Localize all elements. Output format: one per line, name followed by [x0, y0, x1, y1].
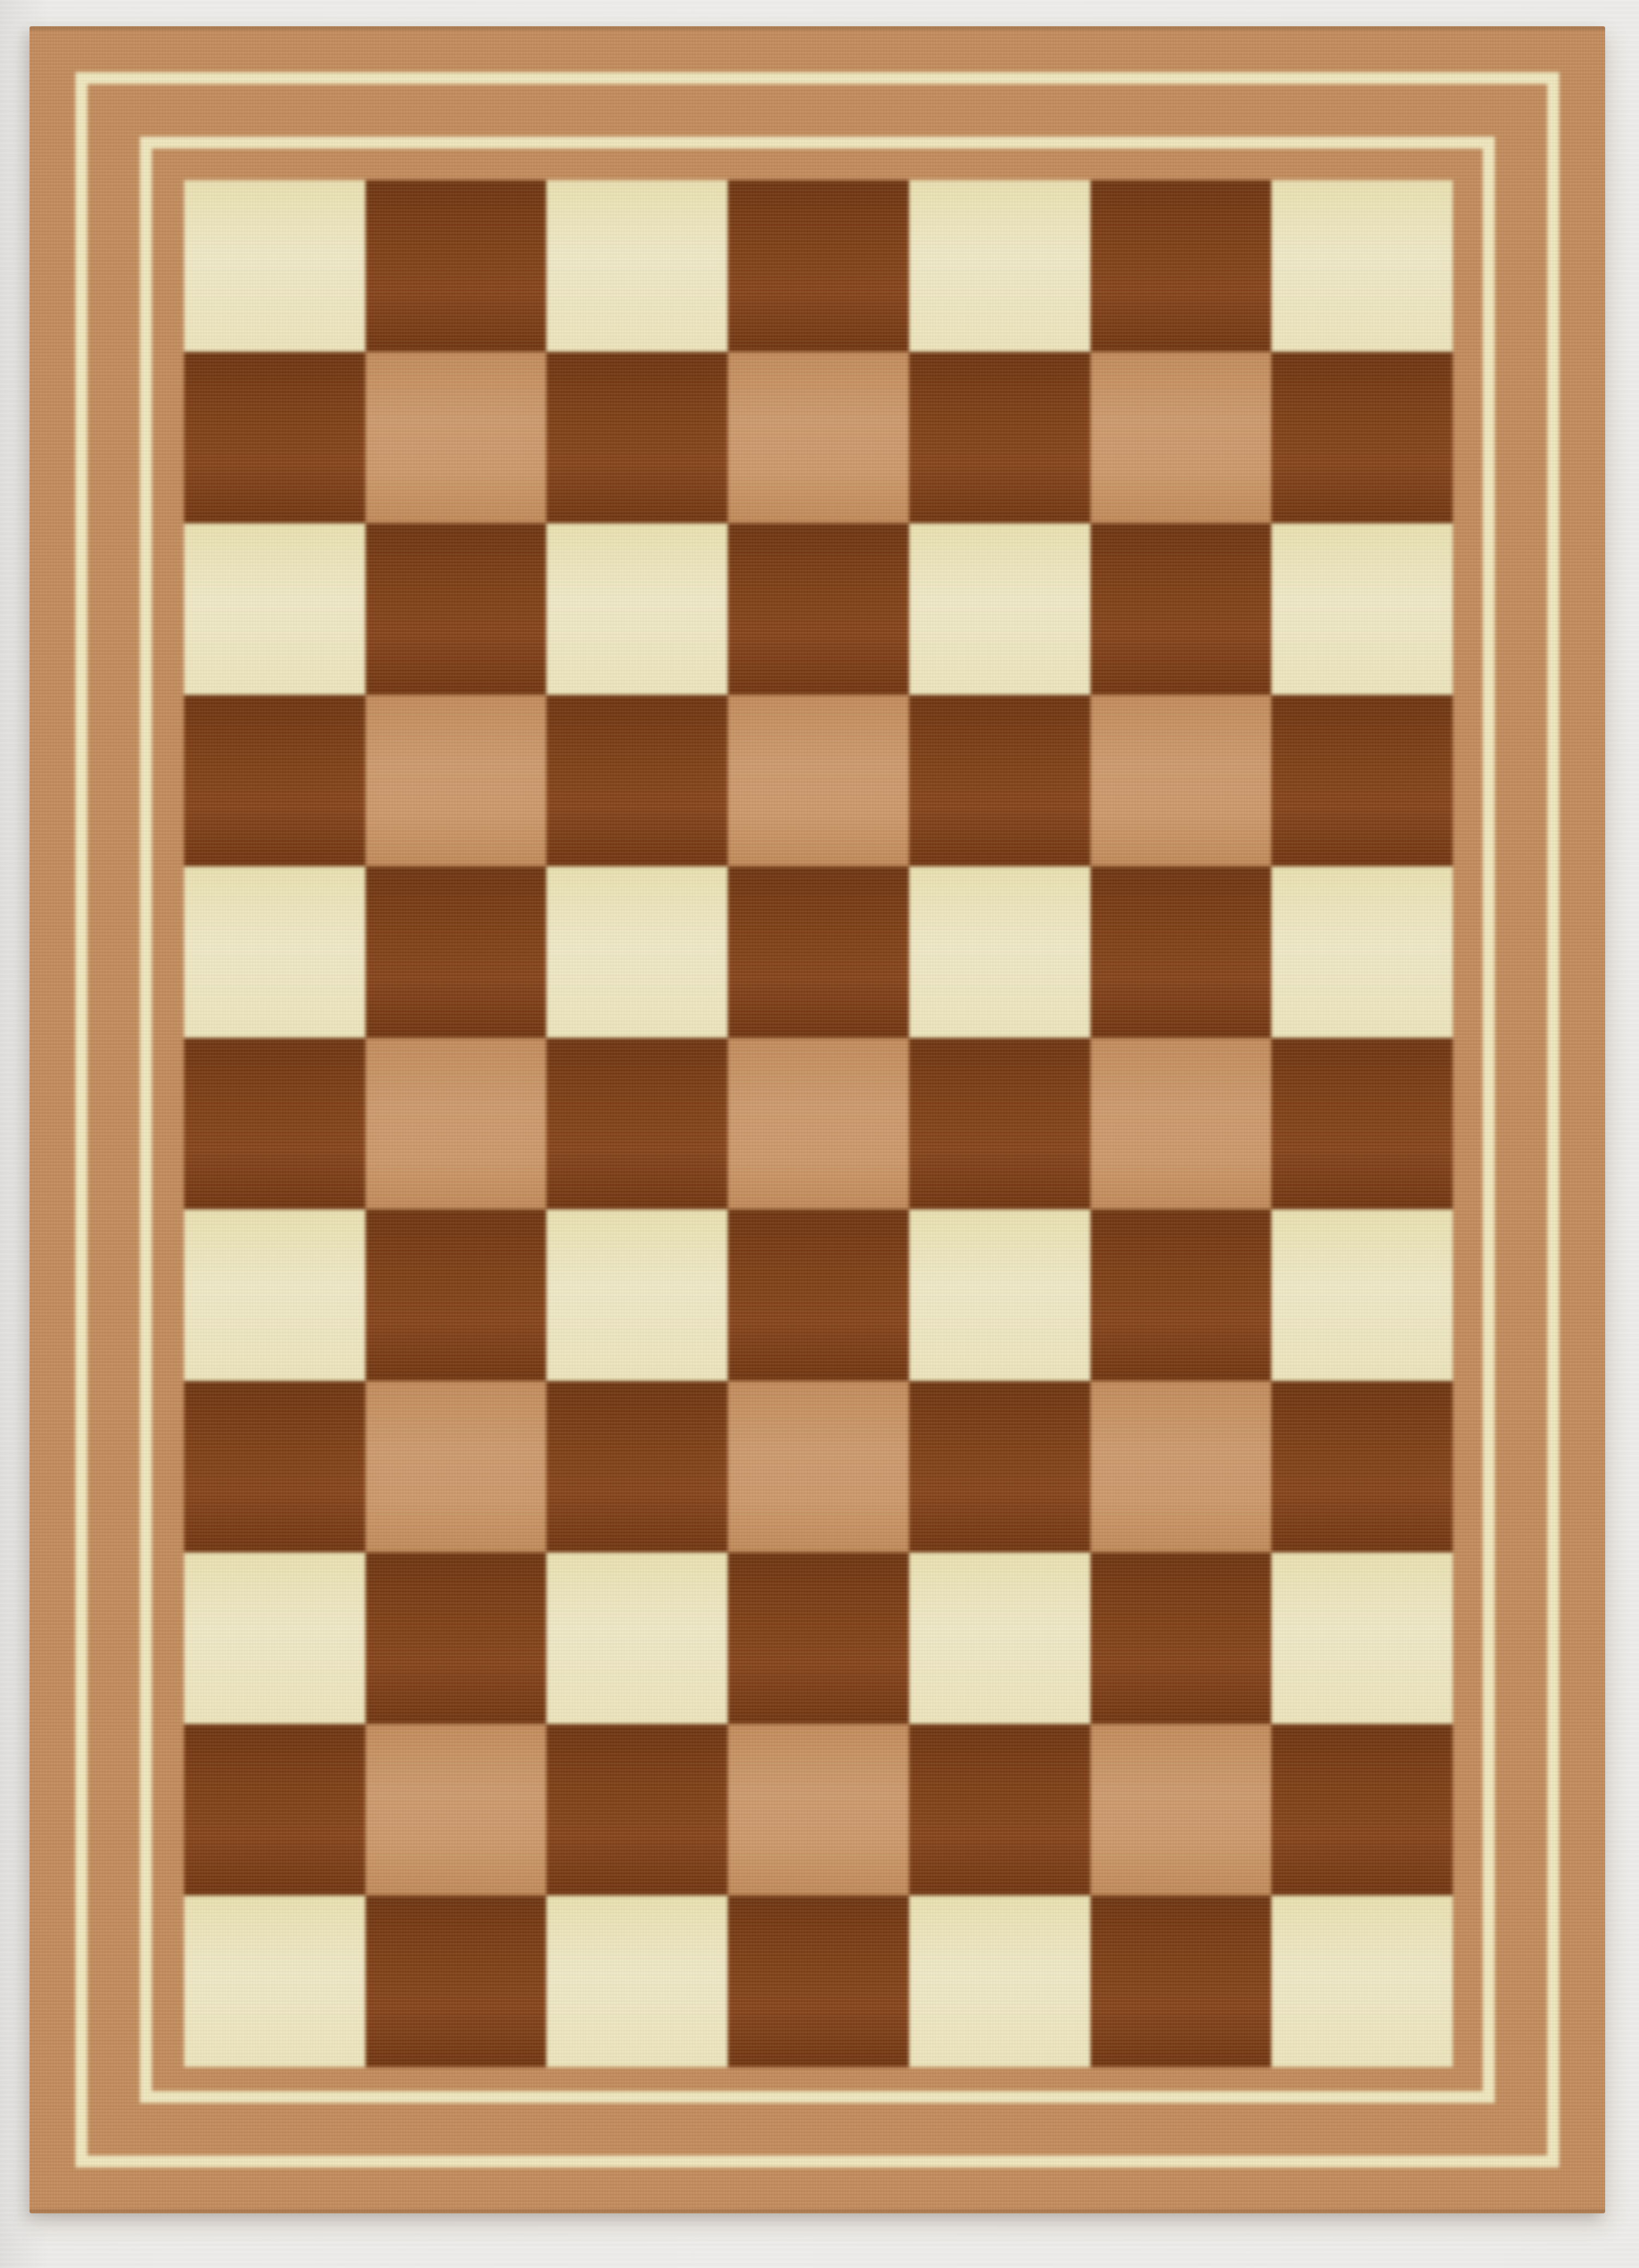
board-cell-r9c4: [728, 1552, 909, 1724]
board-cell-r6c5: [909, 1038, 1090, 1209]
board-cell-r10c4: [728, 1724, 909, 1895]
checkerboard-rug: [30, 26, 1605, 2213]
board-cell-r3c2: [365, 523, 547, 695]
board-cell-r4c7: [1271, 695, 1453, 866]
board-cell-r3c1: [184, 523, 365, 695]
board-cell-r3c4: [728, 523, 909, 695]
board-cell-r11c7: [1271, 1895, 1453, 2067]
board-cell-r8c4: [728, 1381, 909, 1552]
board-cell-r6c2: [365, 1038, 547, 1209]
board-cell-r5c2: [365, 866, 547, 1038]
board-cell-r6c1: [184, 1038, 365, 1209]
board-cell-r6c7: [1271, 1038, 1453, 1209]
board-cell-r8c2: [365, 1381, 547, 1552]
board-cell-r5c1: [184, 866, 365, 1038]
board-cell-r3c7: [1271, 523, 1453, 695]
board-cell-r11c2: [365, 1895, 547, 2067]
board-cell-r4c3: [546, 695, 728, 866]
board-cell-r7c2: [365, 1209, 547, 1381]
board-cell-r8c6: [1090, 1381, 1272, 1552]
board-cell-r10c2: [365, 1724, 547, 1895]
rug-printed-pattern: [30, 26, 1605, 2213]
board-cell-r7c5: [909, 1209, 1090, 1381]
board-cell-r4c6: [1090, 695, 1272, 866]
board-cell-r11c5: [909, 1895, 1090, 2067]
board-cell-r1c2: [365, 180, 547, 352]
board-cell-r1c5: [909, 180, 1090, 352]
board-cell-r9c5: [909, 1552, 1090, 1724]
board-cell-r11c3: [546, 1895, 728, 2067]
board-cell-r4c4: [728, 695, 909, 866]
board-cell-r7c3: [546, 1209, 728, 1381]
board-cell-r9c2: [365, 1552, 547, 1724]
checkerboard-field: [184, 180, 1453, 2067]
board-cell-r4c1: [184, 695, 365, 866]
board-cell-r2c5: [909, 352, 1090, 523]
board-cell-r4c5: [909, 695, 1090, 866]
board-cell-r1c1: [184, 180, 365, 352]
board-cell-r7c7: [1271, 1209, 1453, 1381]
board-cell-r11c4: [728, 1895, 909, 2067]
board-cell-r5c3: [546, 866, 728, 1038]
board-cell-r4c2: [365, 695, 547, 866]
board-cell-r7c1: [184, 1209, 365, 1381]
board-cell-r2c6: [1090, 352, 1272, 523]
board-cell-r8c3: [546, 1381, 728, 1552]
board-cell-r10c5: [909, 1724, 1090, 1895]
board-cell-r11c6: [1090, 1895, 1272, 2067]
board-cell-r5c7: [1271, 866, 1453, 1038]
board-cell-r10c7: [1271, 1724, 1453, 1895]
board-cell-r8c7: [1271, 1381, 1453, 1552]
board-cell-r3c3: [546, 523, 728, 695]
board-cell-r5c4: [728, 866, 909, 1038]
board-cell-r6c4: [728, 1038, 909, 1209]
board-cell-r1c3: [546, 180, 728, 352]
board-cell-r6c3: [546, 1038, 728, 1209]
photo-background: { "scene": { "type": "overhead product p…: [0, 0, 1639, 2268]
board-cell-r6c6: [1090, 1038, 1272, 1209]
board-cell-r9c1: [184, 1552, 365, 1724]
board-cell-r9c7: [1271, 1552, 1453, 1724]
board-cell-r11c1: [184, 1895, 365, 2067]
board-cell-r7c6: [1090, 1209, 1272, 1381]
board-cell-r2c7: [1271, 352, 1453, 523]
board-cell-r10c1: [184, 1724, 365, 1895]
board-cell-r8c5: [909, 1381, 1090, 1552]
board-cell-r3c6: [1090, 523, 1272, 695]
board-cell-r10c3: [546, 1724, 728, 1895]
board-cell-r10c6: [1090, 1724, 1272, 1895]
board-cell-r2c1: [184, 352, 365, 523]
board-cell-r2c2: [365, 352, 547, 523]
board-cell-r7c4: [728, 1209, 909, 1381]
board-cell-r9c6: [1090, 1552, 1272, 1724]
board-cell-r8c1: [184, 1381, 365, 1552]
board-cell-r9c3: [546, 1552, 728, 1724]
board-cell-r1c7: [1271, 180, 1453, 352]
board-cell-r2c4: [728, 352, 909, 523]
board-cell-r3c5: [909, 523, 1090, 695]
board-cell-r5c5: [909, 866, 1090, 1038]
board-cell-r2c3: [546, 352, 728, 523]
board-cell-r1c4: [728, 180, 909, 352]
board-cell-r5c6: [1090, 866, 1272, 1038]
board-cell-r1c6: [1090, 180, 1272, 352]
